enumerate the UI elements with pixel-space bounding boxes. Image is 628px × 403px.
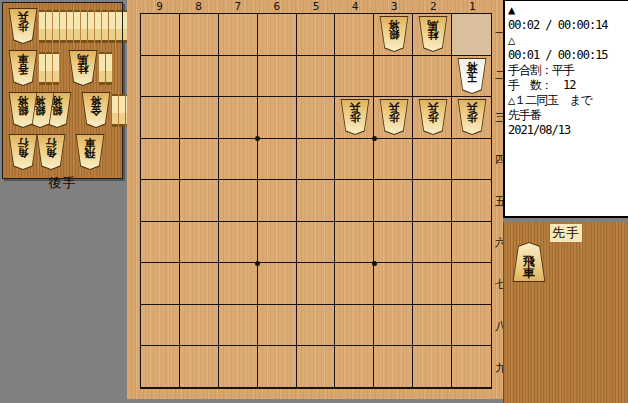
gote-hand-gold-x4[interactable]: 金将 [81,92,132,128]
board-cell-1-4[interactable] [452,139,491,181]
board-cell-7-6[interactable] [219,222,258,264]
file-label: 6 [257,0,296,13]
piece-kanji: 角行 [9,135,37,169]
board-cell-7-5[interactable] [219,180,258,222]
stacked-piece-edge [39,10,45,43]
board-bottom-strip [127,399,503,403]
board-cell-6-3[interactable] [258,97,297,139]
shogi-piece[interactable]: 角行 [8,134,38,170]
sente-hand-pieces: 飛車 [512,242,546,282]
board-cell-4-9[interactable] [335,346,374,388]
board-cell-1-6[interactable] [452,222,491,264]
move-count-line: 手 数： 12 [508,78,625,93]
board-cell-5-7[interactable] [297,263,336,305]
stacked-piece-edge [67,10,73,43]
stacked-piece-edge [39,52,45,85]
stacked-piece-edge [60,10,66,43]
board-cell-3-9[interactable] [374,346,413,388]
stacked-piece-edge [109,10,115,43]
stacked-piece-edge [102,10,108,43]
board-cell-7-7[interactable] [219,263,258,305]
stacked-piece-edge [119,94,125,127]
gote-hand-row: 香車桂馬 [3,50,122,87]
board-cell-1-1[interactable] [452,14,491,56]
piece-kanji: 桂馬 [69,51,97,85]
board-cell-6-7[interactable] [258,263,297,305]
board-cell-6-4[interactable] [258,139,297,181]
sente-hand-tray: 先手 飛車 [503,222,628,403]
piece-kanji: 飛車 [76,135,104,169]
board-cell-9-2[interactable] [141,56,180,98]
stacked-piece-edge [99,52,105,85]
piece-kanji: 金将 [82,93,110,127]
board-cell-1-5[interactable] [452,180,491,222]
board-cell-9-8[interactable] [141,305,180,347]
handicap-line: 手合割：平手 [508,63,625,78]
gote-mark: △ [508,33,625,48]
stacked-piece-edge [88,10,94,43]
board-cell-9-1[interactable] [141,14,180,56]
stacked-piece-edge [46,52,52,85]
board-cell-4-6[interactable] [335,222,374,264]
board-cell-5-3[interactable] [297,97,336,139]
board-cell-5-2[interactable] [297,56,336,98]
sente-tray-label: 先手 [550,224,582,242]
board-cell-6-9[interactable] [258,346,297,388]
stacked-piece-edge [95,10,101,43]
gote-hand-silver-x3[interactable]: 銀将銀将銀将 [8,92,72,128]
gote-hand-pawn-x14[interactable]: 歩兵 [8,8,129,44]
board-cell-5-8[interactable] [297,305,336,347]
file-label: 1 [453,0,492,13]
board-cell-9-7[interactable] [141,263,180,305]
board-cell-7-8[interactable] [219,305,258,347]
board-grid [140,13,492,389]
hoshi-dot [372,136,377,141]
board-cell-8-7[interactable] [180,263,219,305]
board-cell-4-2[interactable] [335,56,374,98]
gote-hand-knight-x3[interactable]: 桂馬 [68,50,112,86]
board-cell-9-9[interactable] [141,346,180,388]
board-cell-8-8[interactable] [180,305,219,347]
board-cell-9-4[interactable] [141,139,180,181]
board-cell-4-8[interactable] [335,305,374,347]
shogi-piece[interactable]: 桂馬 [68,50,98,86]
board-cell-3-6[interactable] [374,222,413,264]
board-cell-6-1[interactable] [258,14,297,56]
gote-hand-tray: 歩兵香車桂馬銀将銀将銀将金将角行角行飛車 後手 [2,2,123,179]
sente-clock: 00:02 / 00:00:14 [508,18,625,33]
shogi-piece[interactable]: 歩兵 [8,8,38,44]
stacked-piece-edge [53,52,59,85]
board-cell-8-1[interactable] [180,14,219,56]
board-cell-7-1[interactable] [219,14,258,56]
board-cell-2-8[interactable] [413,305,452,347]
piece-kanji: 歩兵 [9,9,37,43]
gote-hand-row: 銀将銀将銀将金将 [3,92,122,129]
last-move-line: △１二同玉 まで [508,93,625,108]
gote-hand-row: 角行角行飛車 [3,134,122,171]
board-cell-9-3[interactable] [141,97,180,139]
sente-mark: ▲ [508,3,625,18]
file-label: 9 [140,0,179,13]
board-cell-8-2[interactable] [180,56,219,98]
board-cell-7-9[interactable] [219,346,258,388]
hoshi-dot [255,261,260,266]
board-cell-8-5[interactable] [180,180,219,222]
shogi-piece[interactable]: 角行 [36,134,66,170]
piece-kanji: 香車 [9,51,37,85]
board-cell-9-6[interactable] [141,222,180,264]
gote-tray-label: 後手 [3,174,122,192]
board-cell-2-5[interactable] [413,180,452,222]
file-labels: 987654321 [140,0,492,13]
board-cell-5-6[interactable] [297,222,336,264]
board-cell-7-4[interactable] [219,139,258,181]
board-cell-4-1[interactable] [335,14,374,56]
board-cell-3-7[interactable] [374,263,413,305]
board-cell-1-8[interactable] [452,305,491,347]
stacked-piece-edge [46,10,52,43]
sente-hand-rook[interactable]: 飛車 [512,242,546,282]
board-cell-9-5[interactable] [141,180,180,222]
piece-kanji: 飛車 [513,243,545,281]
board-cell-8-4[interactable] [180,139,219,181]
piece-kanji: 角行 [37,135,65,169]
board-cell-1-9[interactable] [452,346,491,388]
board-cell-1-7[interactable] [452,263,491,305]
board-area: 987654321 一二三四五六七八九 銀将桂馬玉将歩兵歩兵歩兵歩兵 [127,0,503,403]
gote-clock: 00:01 / 00:00:15 [508,48,625,63]
gote-hand-bishop-x2[interactable]: 角行角行 [8,134,66,170]
game-info-panel: ▲ 00:02 / 00:00:14 △ 00:01 / 00:00:15 手合… [503,0,628,218]
piece-kanji: 銀将 [9,93,37,127]
gote-hand-rook-x1[interactable]: 飛車 [75,134,105,170]
turn-line: 先手番 [508,108,625,123]
stacked-piece-edge [81,10,87,43]
board-cell-6-5[interactable] [258,180,297,222]
board-cell-5-1[interactable] [297,14,336,56]
board-cell-4-4[interactable] [335,139,374,181]
file-label: 2 [414,0,453,13]
board-cell-3-4[interactable] [374,139,413,181]
board-cell-2-6[interactable] [413,222,452,264]
board-cell-2-9[interactable] [413,346,452,388]
board-cell-3-5[interactable] [374,180,413,222]
date-line: 2021/08/13 [508,123,625,138]
shogi-piece[interactable]: 香車 [8,50,38,86]
stacked-piece-edge [74,10,80,43]
gote-hand-row: 歩兵 [3,8,122,45]
board-cell-4-7[interactable] [335,263,374,305]
board-cell-2-7[interactable] [413,263,452,305]
board-cell-6-2[interactable] [258,56,297,98]
board-cell-4-5[interactable] [335,180,374,222]
board-cell-6-8[interactable] [258,305,297,347]
board-cell-8-3[interactable] [180,97,219,139]
board-cell-6-6[interactable] [258,222,297,264]
shogi-piece[interactable]: 金将 [81,92,111,128]
board-cell-7-3[interactable] [219,97,258,139]
board-cell-8-6[interactable] [180,222,219,264]
board-cell-2-2[interactable] [413,56,452,98]
board-cell-7-2[interactable] [219,56,258,98]
stacked-piece-edge [116,10,122,43]
shogi-app-window: 歩兵香車桂馬銀将銀将銀将金将角行角行飛車 後手 987654321 一二三四五六… [0,0,628,403]
file-label: 8 [179,0,218,13]
stacked-piece-edge [53,10,59,43]
board-cell-3-2[interactable] [374,56,413,98]
gote-hand-lance-x4[interactable]: 香車 [8,50,59,86]
stacked-piece-edge [112,94,118,127]
board-cell-5-9[interactable] [297,346,336,388]
board-cell-2-4[interactable] [413,139,452,181]
board-cell-5-4[interactable] [297,139,336,181]
file-label: 4 [336,0,375,13]
gote-hand-rows: 歩兵香車桂馬銀将銀将銀将金将角行角行飛車 [3,8,122,171]
stacked-piece-edge [106,52,112,85]
file-label: 3 [375,0,414,13]
file-label: 7 [218,0,257,13]
shogi-piece[interactable]: 飛車 [75,134,105,170]
board-cell-5-5[interactable] [297,180,336,222]
file-label: 5 [296,0,335,13]
board-cell-3-8[interactable] [374,305,413,347]
board-cell-8-9[interactable] [180,346,219,388]
hoshi-dot [255,136,260,141]
